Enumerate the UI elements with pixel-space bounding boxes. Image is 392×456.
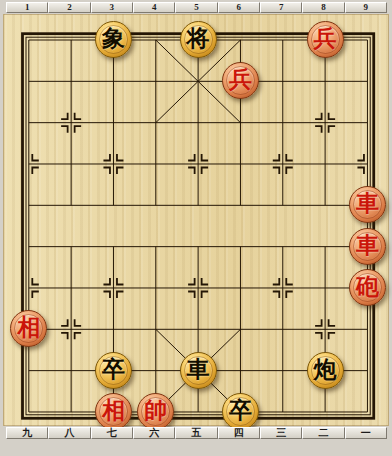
piece-red-soldier[interactable]: 兵 [222, 62, 259, 99]
piece-black-elephant[interactable]: 象 [95, 21, 132, 58]
file-label-bottom-2: 八 [48, 427, 90, 439]
file-label-bottom-5: 五 [175, 427, 217, 439]
piece-red-chariot[interactable]: 車 [349, 228, 386, 265]
piece-character: 卒 [229, 392, 252, 429]
piece-black-chariot[interactable]: 車 [180, 352, 217, 389]
file-label-bottom-8: 二 [302, 427, 344, 439]
bottom-coordinate-bar: 九八七六五四三二一 [6, 427, 387, 439]
piece-character: 車 [187, 351, 210, 388]
piece-character: 将 [187, 20, 210, 57]
file-label-top-1: 1 [6, 2, 48, 13]
file-label-top-5: 5 [175, 2, 217, 13]
file-label-bottom-6: 四 [218, 427, 260, 439]
piece-black-cannon[interactable]: 炮 [307, 352, 344, 389]
piece-black-soldier[interactable]: 卒 [222, 393, 259, 430]
piece-character: 象 [102, 20, 125, 57]
xiangqi-app: { "game": "xiangqi", "title": "Xiangqi (… [0, 0, 392, 456]
file-label-bottom-4: 六 [133, 427, 175, 439]
piece-red-cannon[interactable]: 砲 [349, 269, 386, 306]
piece-red-elephant[interactable]: 相 [95, 393, 132, 430]
piece-character: 相 [102, 392, 125, 429]
file-label-top-4: 4 [133, 2, 175, 13]
file-label-top-3: 3 [91, 2, 133, 13]
file-label-bottom-9: 一 [345, 427, 387, 439]
file-label-top-8: 8 [302, 2, 344, 13]
piece-character: 炮 [314, 351, 337, 388]
file-label-top-6: 6 [218, 2, 260, 13]
piece-character: 相 [17, 309, 40, 346]
piece-character: 兵 [229, 61, 252, 98]
file-label-bottom-1: 九 [6, 427, 48, 439]
file-label-top-9: 9 [345, 2, 387, 13]
piece-red-soldier[interactable]: 兵 [307, 21, 344, 58]
piece-character: 帥 [144, 392, 167, 429]
piece-black-general[interactable]: 将 [180, 21, 217, 58]
top-coordinate-bar: 123456789 [6, 2, 387, 13]
piece-character: 兵 [314, 20, 337, 57]
piece-character: 車 [356, 227, 379, 264]
file-label-bottom-7: 三 [260, 427, 302, 439]
piece-character: 卒 [102, 351, 125, 388]
file-label-top-2: 2 [48, 2, 90, 13]
piece-character: 砲 [356, 268, 379, 305]
piece-red-general[interactable]: 帥 [137, 393, 174, 430]
piece-red-chariot[interactable]: 車 [349, 186, 386, 223]
piece-character: 車 [356, 185, 379, 222]
file-label-bottom-3: 七 [91, 427, 133, 439]
piece-black-soldier[interactable]: 卒 [95, 352, 132, 389]
file-label-top-7: 7 [260, 2, 302, 13]
